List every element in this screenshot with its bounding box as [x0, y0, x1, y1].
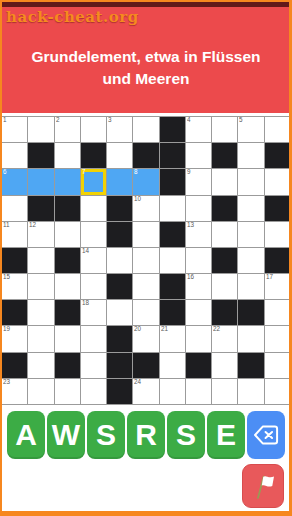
cell-number: 2: [56, 117, 60, 124]
grid-cell-r10c4: [107, 379, 132, 404]
grid-cell-r8c2[interactable]: [55, 326, 80, 351]
grid-cell-r4c2[interactable]: [55, 222, 80, 247]
grid-cell-r10c9[interactable]: [238, 379, 263, 404]
grid-cell-r1c4[interactable]: [107, 143, 132, 168]
grid-cell-r2c2[interactable]: [55, 169, 80, 194]
grid-cell-r7c5[interactable]: [133, 300, 158, 325]
cell-number: 12: [29, 222, 36, 229]
letter-tile-3-s[interactable]: S: [87, 411, 125, 459]
grid-cell-r0c0[interactable]: 1: [2, 117, 27, 142]
grid-cell-r1c7[interactable]: [186, 143, 211, 168]
grid-cell-r4c9[interactable]: [238, 222, 263, 247]
grid-cell-r10c2[interactable]: [55, 379, 80, 404]
grid-cell-r9c6[interactable]: [160, 353, 185, 378]
grid-cell-r0c7[interactable]: 4: [186, 117, 211, 142]
grid-cell-r3c5[interactable]: 10: [133, 196, 158, 221]
grid-cell-r2c6: [160, 169, 185, 194]
grid-cell-r6c6: [160, 274, 185, 299]
grid-cell-r6c0[interactable]: 15: [2, 274, 27, 299]
grid-cell-r6c9[interactable]: [238, 274, 263, 299]
grid-cell-r9c0: [2, 353, 27, 378]
cell-number: 23: [3, 379, 10, 386]
grid-cell-r3c1: [28, 196, 53, 221]
grid-cell-r0c1[interactable]: [28, 117, 53, 142]
status-bar: [2, 2, 290, 7]
grid-cell-r8c4: [107, 326, 132, 351]
grid-cell-r6c2[interactable]: [55, 274, 80, 299]
grid-cell-r8c10[interactable]: [265, 326, 290, 351]
grid-cell-r10c0[interactable]: 23: [2, 379, 27, 404]
grid-cell-r9c8[interactable]: [212, 353, 237, 378]
clue-text: Grundelement, etwa in Flüssen und Meeren: [17, 46, 275, 90]
grid-cell-r8c8[interactable]: 22: [212, 326, 237, 351]
grid-cell-r0c5[interactable]: [133, 117, 158, 142]
grid-cell-r8c1[interactable]: [28, 326, 53, 351]
cell-number: 16: [187, 274, 194, 281]
letter-tile-4-r[interactable]: R: [127, 411, 165, 459]
grid-cell-r9c7: [186, 353, 211, 378]
cell-number: 8: [134, 169, 138, 176]
grid-cell-r5c6[interactable]: [160, 248, 185, 273]
grid-cell-r7c7[interactable]: [186, 300, 211, 325]
grid-cell-r2c1[interactable]: [28, 169, 53, 194]
grid-cell-r3c0[interactable]: [2, 196, 27, 221]
grid-cell-r6c5[interactable]: [133, 274, 158, 299]
cell-number: 10: [134, 196, 141, 203]
grid-cell-r0c9[interactable]: 5: [238, 117, 263, 142]
grid-cell-r4c1[interactable]: 12: [28, 222, 53, 247]
watermark-text: hack-cheat.org: [6, 8, 139, 26]
grid-cell-r2c5[interactable]: 8: [133, 169, 158, 194]
grid-cell-r7c4[interactable]: [107, 300, 132, 325]
grid-cell-r7c10[interactable]: [265, 300, 290, 325]
grid-cell-r5c4[interactable]: [107, 248, 132, 273]
cell-number: 20: [134, 326, 141, 333]
grid-cell-r6c10[interactable]: 17: [265, 274, 290, 299]
grid-cell-r5c0: [2, 248, 27, 273]
grid-cell-r9c1[interactable]: [28, 353, 53, 378]
grid-cell-r1c5: [133, 143, 158, 168]
grid-cell-r6c7[interactable]: 16: [186, 274, 211, 299]
grid-cell-r6c8[interactable]: [212, 274, 237, 299]
letter-tile-1-a[interactable]: A: [7, 411, 45, 459]
grid-cell-r4c3[interactable]: [81, 222, 106, 247]
grid-cell-r7c1[interactable]: [28, 300, 53, 325]
clue-header: hack-cheat.org Grundelement, etwa in Flü…: [2, 2, 290, 113]
grid-cell-r2c4[interactable]: [107, 169, 132, 194]
grid-cell-r0c8[interactable]: [212, 117, 237, 142]
grid-cell-r1c9[interactable]: [238, 143, 263, 168]
grid-cell-r1c8: [212, 143, 237, 168]
grid-cell-r4c8[interactable]: [212, 222, 237, 247]
grid-cell-r2c9[interactable]: [238, 169, 263, 194]
grid-cell-r2c3[interactable]: 7: [81, 169, 106, 194]
grid-cell-r8c0[interactable]: 19: [2, 326, 27, 351]
grid-cell-r5c9[interactable]: [238, 248, 263, 273]
grid-cell-r5c3[interactable]: 14: [81, 248, 106, 273]
grid-cell-r9c5: [133, 353, 158, 378]
cell-number: 1: [3, 117, 7, 124]
cell-number: 22: [213, 326, 220, 333]
grid-cell-r6c1[interactable]: [28, 274, 53, 299]
grid-cell-r5c1[interactable]: [28, 248, 53, 273]
grid-cell-r10c3[interactable]: [81, 379, 106, 404]
cell-number: 19: [3, 326, 10, 333]
grid-cell-r4c4: [107, 222, 132, 247]
grid-cell-r3c8: [212, 196, 237, 221]
grid-cell-r3c7[interactable]: [186, 196, 211, 221]
grid-cell-r10c6[interactable]: [160, 379, 185, 404]
cell-number: 17: [266, 274, 273, 281]
grid-cell-r8c7[interactable]: [186, 326, 211, 351]
grid-cell-r6c3[interactable]: [81, 274, 106, 299]
watermark-frame-right: [289, 0, 292, 516]
cell-number: 5: [239, 117, 243, 124]
letter-tile-6-e[interactable]: E: [207, 411, 245, 459]
cell-number: 15: [3, 274, 10, 281]
grid-cell-r8c6[interactable]: 21: [160, 326, 185, 351]
grid-cell-r9c3[interactable]: [81, 353, 106, 378]
cell-number: 24: [134, 379, 141, 386]
flag-button[interactable]: [242, 464, 284, 508]
grid-cell-r5c7[interactable]: [186, 248, 211, 273]
grid-cell-r7c0: [2, 300, 27, 325]
grid-cell-r3c10: [265, 196, 290, 221]
backspace-icon: [252, 421, 280, 449]
cell-number: 7: [82, 169, 86, 176]
grid-cell-r2c7[interactable]: 9: [186, 169, 211, 194]
grid-cell-r10c5[interactable]: 24: [133, 379, 158, 404]
grid-cell-r1c2[interactable]: [55, 143, 80, 168]
grid-cell-r4c7[interactable]: 13: [186, 222, 211, 247]
letter-tray: AWSRSE: [0, 411, 292, 459]
grid-cell-r9c9: [238, 353, 263, 378]
grid-cell-r3c4: [107, 196, 132, 221]
white-flag-icon: [248, 471, 278, 501]
grid-cell-r5c5[interactable]: [133, 248, 158, 273]
cell-number: 3: [108, 117, 112, 124]
grid-cell-r1c10: [265, 143, 290, 168]
grid-cell-r7c9: [238, 300, 263, 325]
grid-cell-r10c8[interactable]: [212, 379, 237, 404]
grid-cell-r3c6[interactable]: [160, 196, 185, 221]
grid-cell-r2c10[interactable]: [265, 169, 290, 194]
grid-cell-r1c3: [81, 143, 106, 168]
cell-number: 14: [82, 248, 89, 255]
grid-cell-r8c5[interactable]: 20: [133, 326, 158, 351]
grid-cell-r7c8: [212, 300, 237, 325]
grid-cell-r2c0[interactable]: 6: [2, 169, 27, 194]
grid-cell-r0c3[interactable]: [81, 117, 106, 142]
grid-cell-r4c6: [160, 222, 185, 247]
grid-cell-r6c4: [107, 274, 132, 299]
grid-cell-r0c6: [160, 117, 185, 142]
grid-cell-r1c6: [160, 143, 185, 168]
grid-cell-r4c10[interactable]: [265, 222, 290, 247]
watermark-frame-bottom: [0, 511, 292, 516]
grid-cell-r4c5[interactable]: [133, 222, 158, 247]
grid-cell-r10c1[interactable]: [28, 379, 53, 404]
crossword-grid: 123456789101112131415161718192021222324: [1, 116, 291, 405]
grid-cell-r7c3[interactable]: 18: [81, 300, 106, 325]
backspace-button[interactable]: [247, 411, 285, 459]
cell-number: 4: [187, 117, 191, 124]
cell-number: 13: [187, 222, 194, 229]
grid-cell-r8c3[interactable]: [81, 326, 106, 351]
grid-cell-r10c10[interactable]: [265, 379, 290, 404]
grid-cell-r7c2: [55, 300, 80, 325]
grid-cell-r9c2: [55, 353, 80, 378]
grid-cell-r3c2: [55, 196, 80, 221]
cell-number: 21: [161, 326, 168, 333]
grid-cell-r4c0[interactable]: 11: [2, 222, 27, 247]
grid-cell-r2c8[interactable]: [212, 169, 237, 194]
grid-cell-r3c3[interactable]: [81, 196, 106, 221]
grid-cell-r7c6: [160, 300, 185, 325]
grid-cell-r1c1: [28, 143, 53, 168]
grid-cell-r0c10[interactable]: [265, 117, 290, 142]
grid-cell-r1c0[interactable]: [2, 143, 27, 168]
grid-cell-r8c9[interactable]: [238, 326, 263, 351]
letter-tile-2-w[interactable]: W: [47, 411, 85, 459]
cell-number: 11: [3, 222, 10, 229]
grid-cell-r10c7[interactable]: [186, 379, 211, 404]
grid-cell-r9c10[interactable]: [265, 353, 290, 378]
grid-cell-r3c9[interactable]: [238, 196, 263, 221]
crossword-app: hack-cheat.org Grundelement, etwa in Flü…: [0, 0, 292, 516]
grid-cell-r9c4: [107, 353, 132, 378]
grid-cell-r0c4[interactable]: 3: [107, 117, 132, 142]
grid-cell-r0c2[interactable]: 2: [55, 117, 80, 142]
letter-tile-5-s[interactable]: S: [167, 411, 205, 459]
cell-number: 18: [82, 300, 89, 307]
cell-number: 9: [187, 169, 191, 176]
cell-number: 6: [3, 169, 7, 176]
grid-cell-r5c10: [265, 248, 290, 273]
grid-cell-r5c8: [212, 248, 237, 273]
grid-cell-r5c2: [55, 248, 80, 273]
